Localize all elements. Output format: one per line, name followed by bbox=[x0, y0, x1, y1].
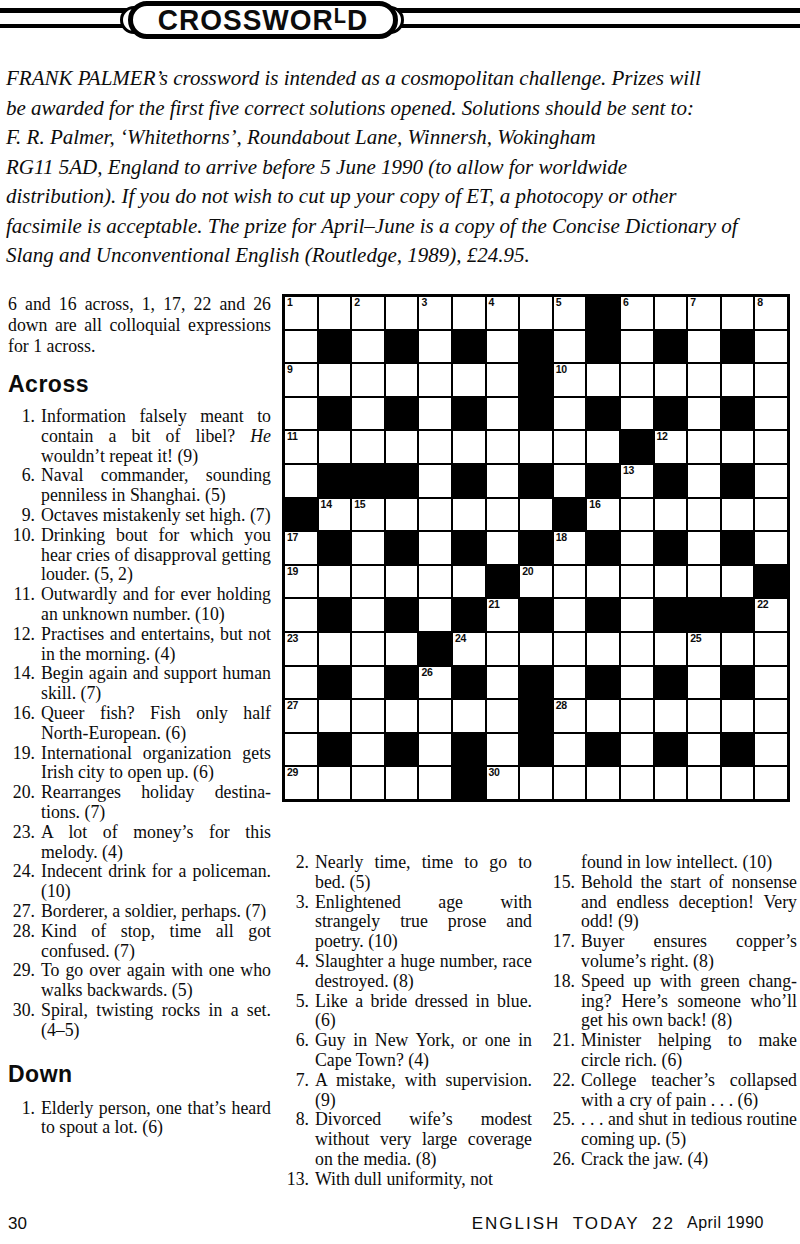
clue-item: 30. Spiral, twisting rocks in a set. (4–… bbox=[8, 1001, 271, 1041]
clue-number: 25. bbox=[540, 1110, 575, 1150]
grid-cell[interactable] bbox=[487, 364, 519, 396]
grid-cell[interactable] bbox=[621, 599, 653, 631]
masthead-raised-l: L bbox=[334, 4, 347, 28]
grid-cell[interactable]: 2 bbox=[352, 297, 384, 329]
grid-cell[interactable] bbox=[487, 532, 519, 564]
grid-cell[interactable] bbox=[520, 499, 552, 531]
grid-cell-black bbox=[587, 398, 619, 430]
grid-cell[interactable] bbox=[621, 364, 653, 396]
grid-cell[interactable] bbox=[554, 465, 586, 497]
grid-cell[interactable] bbox=[587, 633, 619, 665]
grid-cell-black bbox=[520, 364, 552, 396]
grid-cell[interactable] bbox=[722, 566, 754, 598]
grid-cell[interactable] bbox=[688, 566, 720, 598]
grid-cell[interactable] bbox=[520, 431, 552, 463]
grid-cell-black bbox=[520, 734, 552, 766]
grid-cell-black bbox=[655, 465, 687, 497]
grid-cell-black bbox=[520, 667, 552, 699]
clue-item: 10. Drinking bout for which you hear cri… bbox=[8, 526, 271, 585]
grid-cell[interactable] bbox=[755, 532, 787, 564]
intro-paragraph: FRANK PALMER’s crossword is intended as … bbox=[6, 64, 796, 271]
grid-cell[interactable]: 22 bbox=[755, 599, 787, 631]
grid-cell-black bbox=[319, 465, 351, 497]
grid-cell-black bbox=[655, 532, 687, 564]
grid-cell[interactable]: 25 bbox=[688, 633, 720, 665]
grid-cell[interactable] bbox=[285, 398, 317, 430]
cell-number: 1 bbox=[287, 296, 293, 308]
clue-item: 22. College teacher’s collapsed with a c… bbox=[540, 1071, 797, 1111]
grid-cell[interactable] bbox=[419, 767, 451, 799]
clue-item: 24. Indecent drink for a police­man. (10… bbox=[8, 862, 271, 902]
grid-cell[interactable] bbox=[722, 700, 754, 732]
issue-date: April 1990 bbox=[687, 1214, 764, 1232]
grid-cell[interactable] bbox=[621, 667, 653, 699]
grid-cell[interactable]: 12 bbox=[655, 431, 687, 463]
clue-number: 24. bbox=[8, 862, 35, 902]
grid-cell[interactable] bbox=[587, 431, 619, 463]
across-heading: Across bbox=[8, 371, 271, 397]
grid-cell[interactable]: 23 bbox=[285, 633, 317, 665]
grid-cell[interactable] bbox=[688, 667, 720, 699]
grid-cell[interactable] bbox=[386, 566, 418, 598]
grid-cell[interactable] bbox=[419, 700, 451, 732]
clue-item: found in low intellect. (10) bbox=[540, 853, 797, 873]
grid-cell[interactable]: 20 bbox=[520, 566, 552, 598]
clue-text: International organization gets Irish ci… bbox=[41, 744, 271, 784]
grid-cell-black bbox=[386, 398, 418, 430]
grid-cell[interactable] bbox=[755, 734, 787, 766]
clue-text: A lot of money’s for this melody. (4) bbox=[41, 823, 271, 863]
grid-cell[interactable] bbox=[755, 633, 787, 665]
grid-cell[interactable] bbox=[319, 767, 351, 799]
grid-cell-black bbox=[722, 331, 754, 363]
grid-cell[interactable] bbox=[520, 633, 552, 665]
grid-cell[interactable] bbox=[487, 499, 519, 531]
grid-cell[interactable] bbox=[655, 364, 687, 396]
clue-text: Practises and entertains, but not in the… bbox=[41, 625, 271, 665]
grid-cell-black bbox=[520, 398, 552, 430]
clue-item: 11. Outwardly and for ever holding an un… bbox=[8, 585, 271, 625]
clue-text: Elderly person, one that’s heard to spou… bbox=[41, 1099, 271, 1139]
grid-cell[interactable]: 6 bbox=[621, 297, 653, 329]
grid-cell[interactable]: 5 bbox=[554, 297, 586, 329]
grid-cell[interactable]: 1 bbox=[285, 297, 317, 329]
grid-cell[interactable] bbox=[554, 633, 586, 665]
clue-text: Kind of stop, time all got confused. (7) bbox=[41, 922, 271, 962]
clue-item: 15. Behold the start of nonsense and end… bbox=[540, 873, 797, 932]
cell-number: 16 bbox=[589, 498, 600, 510]
grid-cell[interactable] bbox=[688, 431, 720, 463]
grid-cell[interactable] bbox=[621, 700, 653, 732]
grid-cell[interactable] bbox=[755, 499, 787, 531]
grid-cell[interactable] bbox=[319, 566, 351, 598]
grid-cell[interactable] bbox=[621, 734, 653, 766]
clue-text: Minister helping to make circle rich. (6… bbox=[581, 1031, 797, 1071]
clue-item: 1. Elderly person, one that’s heard to s… bbox=[8, 1099, 271, 1139]
grid-cell[interactable] bbox=[722, 499, 754, 531]
grid-cell[interactable] bbox=[688, 499, 720, 531]
grid-cell[interactable] bbox=[722, 767, 754, 799]
grid-cell[interactable] bbox=[386, 499, 418, 531]
grid-cell[interactable] bbox=[655, 297, 687, 329]
grid-cell[interactable] bbox=[419, 331, 451, 363]
cell-number: 15 bbox=[354, 498, 365, 510]
grid-cell[interactable]: 27 bbox=[285, 700, 317, 732]
grid-cell[interactable] bbox=[621, 499, 653, 531]
grid-cell[interactable] bbox=[453, 566, 485, 598]
grid-cell-black bbox=[386, 331, 418, 363]
grid-cell[interactable] bbox=[688, 331, 720, 363]
grid-cell[interactable] bbox=[554, 431, 586, 463]
grid-cell[interactable] bbox=[722, 364, 754, 396]
clue-item: 8. Divorced wife’s modest without very l… bbox=[283, 1110, 532, 1169]
grid-cell[interactable]: 7 bbox=[688, 297, 720, 329]
grid-cell-black bbox=[319, 532, 351, 564]
cell-number: 18 bbox=[556, 531, 567, 543]
grid-cell[interactable] bbox=[419, 364, 451, 396]
clue-text: College teacher’s collapsed with a cry o… bbox=[581, 1071, 797, 1111]
grid-cell-black bbox=[722, 734, 754, 766]
clue-number: 11. bbox=[8, 585, 35, 625]
grid-cell[interactable] bbox=[285, 734, 317, 766]
grid-cell[interactable] bbox=[487, 734, 519, 766]
grid-cell[interactable] bbox=[386, 431, 418, 463]
grid-cell-black bbox=[655, 331, 687, 363]
magazine-page: CROSSWORLD FRANK PALMER’s crossword is i… bbox=[0, 0, 800, 1244]
clue-item: 21. Minister helping to make circle rich… bbox=[540, 1031, 797, 1071]
clue-number: 6. bbox=[8, 466, 35, 506]
grid-cell[interactable] bbox=[621, 532, 653, 564]
grid-cell[interactable] bbox=[453, 499, 485, 531]
cell-number: 4 bbox=[489, 296, 495, 308]
cell-number: 21 bbox=[489, 598, 500, 610]
grid-cell[interactable] bbox=[688, 532, 720, 564]
clue-item: 20. Rearranges holiday destina­tions. (7… bbox=[8, 783, 271, 823]
grid-cell[interactable] bbox=[285, 667, 317, 699]
grid-cell[interactable] bbox=[319, 431, 351, 463]
grid-cell[interactable] bbox=[487, 465, 519, 497]
grid-cell[interactable] bbox=[419, 431, 451, 463]
down-clue-list-col2: 2. Nearly time, time to go to bed. (5) 3… bbox=[283, 853, 532, 1190]
cell-number: 6 bbox=[623, 296, 629, 308]
page-number: 30 bbox=[8, 1214, 27, 1234]
clue-number: 12. bbox=[8, 625, 35, 665]
clue-text: Begin again and support human skill. (7) bbox=[41, 664, 271, 704]
grid-cell[interactable] bbox=[419, 599, 451, 631]
grid-cell[interactable] bbox=[688, 767, 720, 799]
clue-text: Guy in New York, or one in Cape Town? (4… bbox=[315, 1031, 532, 1071]
clue-item: 6. Naval commander, sounding penniless i… bbox=[8, 466, 271, 506]
grid-cell[interactable]: 8 bbox=[755, 297, 787, 329]
grid-cell[interactable] bbox=[554, 566, 586, 598]
cell-number: 24 bbox=[455, 632, 466, 644]
grid-cell-black bbox=[419, 633, 451, 665]
across-clue-list: 1. Information falsely meant to contain … bbox=[8, 407, 271, 1041]
grid-cell[interactable]: 30 bbox=[487, 767, 519, 799]
grid-cell[interactable] bbox=[352, 767, 384, 799]
grid-cell[interactable] bbox=[621, 331, 653, 363]
grid-cell[interactable] bbox=[319, 364, 351, 396]
cell-number: 22 bbox=[757, 598, 768, 610]
grid-cell[interactable]: 29 bbox=[285, 767, 317, 799]
crossword-grid: 1234567891011121314151617181920212223242… bbox=[282, 294, 790, 802]
grid-cell[interactable] bbox=[487, 398, 519, 430]
clue-number: 28. bbox=[8, 922, 35, 962]
grid-cell-black bbox=[520, 331, 552, 363]
grid-cell[interactable] bbox=[554, 398, 586, 430]
down-clue-list-col3: found in low intellect. (10) 15. Behold … bbox=[540, 853, 797, 1170]
grid-cell-black bbox=[319, 331, 351, 363]
grid-cell[interactable] bbox=[352, 734, 384, 766]
grid-cell[interactable] bbox=[352, 667, 384, 699]
cell-number: 29 bbox=[287, 766, 298, 778]
clue-number: 13. bbox=[283, 1170, 309, 1190]
grid-cell-black bbox=[520, 532, 552, 564]
grid-cell-black bbox=[655, 599, 687, 631]
grid-cell[interactable] bbox=[419, 566, 451, 598]
grid-cell-black bbox=[688, 599, 720, 631]
journal-name: ENGLISH TODAY 22 bbox=[472, 1214, 675, 1234]
grid-cell[interactable] bbox=[688, 364, 720, 396]
grid-cell[interactable]: 9 bbox=[285, 364, 317, 396]
grid-cell[interactable] bbox=[453, 431, 485, 463]
cell-number: 27 bbox=[287, 699, 298, 711]
clue-item: 7. A mistake, with supervision. (9) bbox=[283, 1071, 532, 1111]
grid-cell-black bbox=[453, 398, 485, 430]
grid-cell[interactable] bbox=[722, 297, 754, 329]
grid-cell-black bbox=[386, 667, 418, 699]
clue-number: 18. bbox=[540, 972, 575, 1031]
grid-cell[interactable] bbox=[319, 700, 351, 732]
grid-cell[interactable] bbox=[285, 331, 317, 363]
clue-text: Crack the jaw. (4) bbox=[581, 1150, 797, 1170]
cell-number: 12 bbox=[657, 430, 668, 442]
grid-cell[interactable]: 3 bbox=[419, 297, 451, 329]
clue-item: 28. Kind of stop, time all got confused.… bbox=[8, 922, 271, 962]
grid-cell[interactable] bbox=[755, 465, 787, 497]
grid-cell[interactable] bbox=[688, 465, 720, 497]
grid-cell-black bbox=[453, 331, 485, 363]
cell-number: 25 bbox=[690, 632, 701, 644]
grid-cell-black bbox=[453, 667, 485, 699]
grid-cell[interactable] bbox=[655, 767, 687, 799]
grid-cell-black bbox=[621, 431, 653, 463]
grid-cell[interactable] bbox=[655, 633, 687, 665]
clue-text: Indecent drink for a police­man. (10) bbox=[41, 862, 271, 902]
grid-cell[interactable] bbox=[419, 734, 451, 766]
grid-cell[interactable] bbox=[352, 532, 384, 564]
clue-item: 3. Enlightened age with strangely true p… bbox=[283, 893, 532, 952]
grid-cell-black bbox=[587, 465, 619, 497]
grid-cell[interactable] bbox=[755, 398, 787, 430]
cell-number: 26 bbox=[421, 666, 432, 678]
cell-number: 5 bbox=[556, 296, 562, 308]
clue-number: 23. bbox=[8, 823, 35, 863]
grid-cell[interactable] bbox=[755, 431, 787, 463]
grid-cell[interactable] bbox=[587, 364, 619, 396]
grid-cell-black bbox=[554, 499, 586, 531]
grid-cell[interactable] bbox=[352, 566, 384, 598]
grid-cell[interactable] bbox=[386, 700, 418, 732]
grid-cell[interactable] bbox=[554, 331, 586, 363]
grid-cell[interactable]: 10 bbox=[554, 364, 586, 396]
grid-cell[interactable] bbox=[688, 398, 720, 430]
clue-number: 20. bbox=[8, 783, 35, 823]
grid-cell[interactable] bbox=[319, 297, 351, 329]
grid-cell[interactable]: 11 bbox=[285, 431, 317, 463]
grid-cell[interactable] bbox=[453, 297, 485, 329]
masthead: CROSSWORLD bbox=[0, 0, 800, 46]
grid-cell[interactable] bbox=[487, 667, 519, 699]
grid-cell[interactable] bbox=[386, 297, 418, 329]
grid-cell[interactable] bbox=[587, 767, 619, 799]
grid-cell[interactable]: 26 bbox=[419, 667, 451, 699]
grid-cell[interactable] bbox=[621, 767, 653, 799]
grid-cell[interactable]: 14 bbox=[319, 499, 351, 531]
grid-cell[interactable] bbox=[352, 700, 384, 732]
grid-cell-black bbox=[722, 398, 754, 430]
grid-cell[interactable] bbox=[655, 566, 687, 598]
grid-cell[interactable] bbox=[655, 499, 687, 531]
grid-cell[interactable] bbox=[419, 499, 451, 531]
grid-cell-black bbox=[319, 398, 351, 430]
grid-cell-black bbox=[319, 734, 351, 766]
grid-cell[interactable] bbox=[554, 667, 586, 699]
grid-cell-black bbox=[722, 532, 754, 564]
clue-text: Outwardly and for ever holding an unknow… bbox=[41, 585, 271, 625]
grid-cell[interactable] bbox=[587, 566, 619, 598]
grid-cell[interactable]: 4 bbox=[487, 297, 519, 329]
clue-number: 3. bbox=[283, 893, 309, 952]
cell-number: 13 bbox=[623, 464, 634, 476]
clue-text: Spiral, twisting rocks in a set. (4–5) bbox=[41, 1001, 271, 1041]
grid-cell[interactable]: 13 bbox=[621, 465, 653, 497]
clue-text: Divorced wife’s modest without very larg… bbox=[315, 1110, 532, 1169]
grid-cell[interactable] bbox=[352, 331, 384, 363]
grid-cell[interactable]: 24 bbox=[453, 633, 485, 665]
grid-cell[interactable] bbox=[722, 431, 754, 463]
grid-cell-black bbox=[722, 667, 754, 699]
grid-cell[interactable]: 16 bbox=[587, 499, 619, 531]
grid-cell[interactable] bbox=[520, 767, 552, 799]
cell-number: 11 bbox=[287, 430, 298, 442]
grid-cell-black bbox=[453, 734, 485, 766]
grid-cell[interactable] bbox=[587, 700, 619, 732]
grid-cell[interactable] bbox=[386, 633, 418, 665]
grid-cell[interactable] bbox=[520, 297, 552, 329]
clue-number: 1. bbox=[8, 407, 35, 466]
grid-cell[interactable] bbox=[755, 767, 787, 799]
grid-cell[interactable] bbox=[487, 431, 519, 463]
grid-cell[interactable] bbox=[688, 734, 720, 766]
clue-item: 2. Nearly time, time to go to bed. (5) bbox=[283, 853, 532, 893]
clue-number: 16. bbox=[8, 704, 35, 744]
clue-number: 7. bbox=[283, 1071, 309, 1111]
grid-cell[interactable] bbox=[352, 431, 384, 463]
grid-cell[interactable]: 21 bbox=[487, 599, 519, 631]
grid-cell[interactable] bbox=[453, 364, 485, 396]
clue-number: 2. bbox=[283, 853, 309, 893]
clue-number: 1. bbox=[8, 1099, 35, 1139]
clue-number: 10. bbox=[8, 526, 35, 585]
grid-cell-black bbox=[587, 297, 619, 329]
grid-cell[interactable] bbox=[419, 465, 451, 497]
clue-text: Nearly time, time to go to bed. (5) bbox=[315, 853, 532, 893]
grid-cell[interactable] bbox=[755, 331, 787, 363]
grid-cell[interactable] bbox=[487, 700, 519, 732]
grid-cell[interactable] bbox=[722, 633, 754, 665]
grid-cell-black bbox=[520, 599, 552, 631]
instructions-note: 6 and 16 across, 1, 17, 22 and 26 down a… bbox=[8, 294, 271, 357]
cell-number: 7 bbox=[690, 296, 696, 308]
clue-item: 25. . . . and shut in tedious rou­tine c… bbox=[540, 1110, 797, 1150]
grid-cell[interactable] bbox=[285, 599, 317, 631]
clue-text: . . . and shut in tedious rou­tine comin… bbox=[581, 1110, 797, 1150]
clue-number: 8. bbox=[283, 1110, 309, 1169]
grid-cell-black bbox=[520, 700, 552, 732]
grid-cell[interactable] bbox=[487, 331, 519, 363]
grid-cell[interactable] bbox=[319, 633, 351, 665]
clue-item: 18. Speed up with green chang­ing? Here’… bbox=[540, 972, 797, 1031]
grid-cell-black bbox=[453, 465, 485, 497]
clue-column-left: 6 and 16 across, 1, 17, 22 and 26 down a… bbox=[8, 294, 271, 1138]
grid-cell-black bbox=[453, 532, 485, 564]
grid-cell[interactable] bbox=[453, 700, 485, 732]
grid-cell[interactable] bbox=[419, 532, 451, 564]
grid-cell[interactable] bbox=[487, 633, 519, 665]
grid-cell[interactable] bbox=[352, 633, 384, 665]
grid-cell[interactable] bbox=[621, 633, 653, 665]
cell-number: 3 bbox=[421, 296, 427, 308]
clue-text: Octaves mistakenly set high. (7) bbox=[41, 506, 271, 526]
grid-cell[interactable] bbox=[554, 599, 586, 631]
clue-text: With dull uniformity, not bbox=[315, 1170, 532, 1190]
clue-number: 21. bbox=[540, 1031, 575, 1071]
grid-cell[interactable]: 17 bbox=[285, 532, 317, 564]
grid-cell[interactable] bbox=[621, 398, 653, 430]
grid-cell[interactable] bbox=[655, 700, 687, 732]
grid-cell[interactable]: 15 bbox=[352, 499, 384, 531]
grid-cell[interactable] bbox=[688, 700, 720, 732]
grid-cell[interactable] bbox=[419, 398, 451, 430]
cell-number: 2 bbox=[354, 296, 360, 308]
grid-cell[interactable] bbox=[755, 667, 787, 699]
clue-item: 16. Queer fish? Fish only half North-Eur… bbox=[8, 704, 271, 744]
grid-cell-black bbox=[285, 499, 317, 531]
grid-cell-black bbox=[520, 465, 552, 497]
grid-cell[interactable] bbox=[285, 465, 317, 497]
grid-cell[interactable]: 28 bbox=[554, 700, 586, 732]
grid-cell-black bbox=[386, 532, 418, 564]
grid-cell[interactable] bbox=[554, 734, 586, 766]
clue-column-right: found in low intellect. (10) 15. Behold … bbox=[540, 853, 797, 1170]
clue-item: 12. Practises and entertains, but not in… bbox=[8, 625, 271, 665]
grid-cell[interactable] bbox=[352, 364, 384, 396]
grid-cell-black bbox=[655, 734, 687, 766]
grid-cell[interactable] bbox=[554, 767, 586, 799]
cell-number: 20 bbox=[522, 565, 533, 577]
grid-cell[interactable]: 19 bbox=[285, 566, 317, 598]
page-footer: 30 ENGLISH TODAY 22 April 1990 bbox=[0, 1214, 800, 1240]
grid-cell[interactable] bbox=[352, 599, 384, 631]
grid-cell[interactable]: 18 bbox=[554, 532, 586, 564]
grid-cell[interactable] bbox=[386, 364, 418, 396]
grid-cell[interactable] bbox=[352, 398, 384, 430]
grid-cell[interactable] bbox=[755, 364, 787, 396]
grid-cell[interactable] bbox=[755, 700, 787, 732]
grid-cell[interactable] bbox=[621, 566, 653, 598]
grid-cell[interactable] bbox=[386, 767, 418, 799]
